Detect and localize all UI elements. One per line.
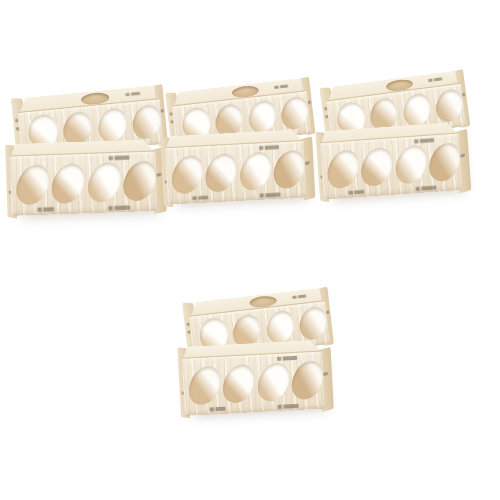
print-stamp: [274, 84, 288, 89]
oval-cutout: [183, 361, 227, 410]
print-stamp: [210, 407, 226, 412]
oval-cutout: [234, 147, 278, 195]
front-block: [164, 129, 312, 204]
print-stamp: [348, 190, 364, 195]
oval-cutout: [200, 149, 244, 197]
front-block: [9, 139, 163, 215]
front-block-front-face: [165, 140, 306, 205]
wood-block-set-top-right: [320, 73, 471, 208]
print-stamp: [108, 205, 130, 210]
print-stamp: [259, 145, 279, 150]
oval-cutout: [390, 140, 433, 188]
print-stamp: [414, 138, 434, 143]
oval-cutout: [322, 145, 365, 193]
print-stamp: [277, 356, 297, 361]
photo-canvas: [0, 0, 500, 500]
oval-cutout: [10, 159, 56, 210]
wood-block-set-top-center: [166, 81, 315, 214]
print-stamp: [125, 92, 140, 97]
print-stamp: [292, 294, 306, 299]
front-block: [181, 339, 330, 415]
oval-cutout: [82, 157, 128, 208]
print-stamp: [415, 186, 436, 191]
oval-cutout: [45, 158, 91, 209]
oval-cutout: [252, 358, 296, 407]
front-block-front-face: [182, 351, 325, 416]
print-stamp: [428, 77, 442, 82]
wood-block-set-top-left: [10, 86, 168, 228]
oval-cutout: [355, 143, 398, 191]
front-block-front-face: [10, 150, 158, 215]
front-block-front-face: [320, 133, 462, 200]
print-stamp: [37, 207, 54, 212]
wood-block-set-bottom-center: [183, 291, 333, 425]
print-stamp: [109, 155, 130, 160]
oval-cutout: [217, 360, 261, 409]
print-stamp: [277, 404, 298, 409]
print-stamp: [260, 193, 281, 198]
oval-cutout: [166, 151, 210, 199]
print-stamp: [192, 195, 208, 200]
front-block: [319, 121, 468, 198]
